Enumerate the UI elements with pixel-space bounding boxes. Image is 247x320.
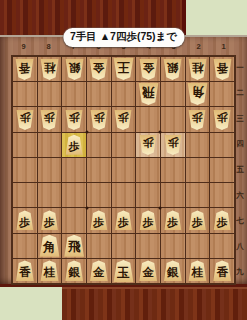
board-cell[interactable]: 銀 (62, 259, 86, 283)
board-cell[interactable]: 桂 (38, 57, 62, 81)
board-cell[interactable] (161, 158, 185, 182)
board-cell[interactable] (13, 133, 37, 157)
board-cell[interactable]: 歩 (87, 107, 111, 131)
piece-sente-pawn[interactable]: 歩 (40, 210, 58, 230)
board-cell[interactable]: 王 (112, 57, 136, 81)
board-cell[interactable] (112, 234, 136, 258)
board-cell[interactable] (13, 183, 37, 207)
board-cell[interactable]: 金 (136, 259, 160, 283)
board-cell[interactable]: 銀 (161, 259, 185, 283)
piece-gote-pawn[interactable]: 歩 (65, 110, 83, 130)
board-cell[interactable] (161, 234, 185, 258)
hoshi-dot (85, 131, 88, 134)
board-cell[interactable]: 桂 (186, 259, 210, 283)
board-cell[interactable]: 飛 (136, 82, 160, 106)
piece-gote-pawn[interactable]: 歩 (90, 110, 108, 130)
piece-gote-pawn[interactable]: 歩 (188, 110, 206, 130)
file-label: 1 (211, 42, 236, 51)
piece-sente-pawn[interactable]: 歩 (164, 210, 182, 230)
board-cell[interactable] (210, 82, 234, 106)
board-cell[interactable]: 歩 (112, 107, 136, 131)
table-wood-bottom (62, 287, 247, 320)
board-cell[interactable] (161, 107, 185, 131)
piece-sente-pawn[interactable]: 歩 (16, 210, 34, 230)
piece-gote-pawn[interactable]: 歩 (16, 110, 34, 130)
board-cell[interactable] (62, 158, 86, 182)
board-cell[interactable] (112, 133, 136, 157)
board-cell[interactable]: 歩 (13, 107, 37, 131)
board-cell[interactable] (186, 133, 210, 157)
page-background: 987654321 一二三四五六七八九 香桂銀金王金銀桂香飛角歩歩歩歩歩歩歩歩歩… (0, 0, 247, 320)
board-cell[interactable]: 歩 (62, 133, 86, 157)
board-cell[interactable]: 歩 (161, 133, 185, 157)
board-cell[interactable]: 歩 (186, 208, 210, 232)
piece-gote-silver[interactable]: 銀 (65, 59, 84, 80)
board-cell[interactable] (87, 82, 111, 106)
board-cell[interactable]: 香 (13, 57, 37, 81)
board-cell[interactable]: 歩 (210, 208, 234, 232)
piece-gote-pawn[interactable]: 歩 (40, 110, 58, 130)
board-cell[interactable] (38, 183, 62, 207)
board-cell[interactable] (62, 183, 86, 207)
piece-sente-pawn[interactable]: 歩 (139, 210, 157, 230)
piece-sente-gold[interactable]: 金 (89, 260, 108, 281)
board-cell[interactable] (87, 158, 111, 182)
board-cell[interactable] (161, 183, 185, 207)
board-cell[interactable]: 歩 (210, 107, 234, 131)
rank-label: 一 (235, 55, 245, 81)
board-cell[interactable] (186, 158, 210, 182)
piece-sente-bishop[interactable]: 角 (39, 235, 60, 257)
board-cell[interactable] (136, 158, 160, 182)
piece-gote-rook[interactable]: 飛 (138, 83, 159, 105)
piece-gote-knight[interactable]: 桂 (188, 59, 207, 80)
board-cell[interactable]: 歩 (136, 133, 160, 157)
rank-label: 二 (235, 81, 245, 107)
piece-gote-gold[interactable]: 金 (139, 59, 158, 80)
board-cell[interactable] (62, 82, 86, 106)
rank-label: 三 (235, 106, 245, 132)
board-cell[interactable]: 金 (87, 259, 111, 283)
board-cell[interactable] (62, 208, 86, 232)
board-cell[interactable]: 玉 (112, 259, 136, 283)
piece-gote-pawn[interactable]: 歩 (139, 135, 157, 155)
hoshi-dot (85, 206, 88, 209)
rank-label: 六 (235, 183, 245, 209)
rank-label: 八 (235, 234, 245, 260)
piece-sente-silver[interactable]: 銀 (163, 260, 182, 281)
board-cell[interactable]: 飛 (62, 234, 86, 258)
board-cell[interactable] (136, 234, 160, 258)
piece-sente-pawn[interactable]: 歩 (90, 210, 108, 230)
rank-label: 四 (235, 132, 245, 158)
move-caption: 7手目 ▲7四歩(75)まで (63, 28, 184, 47)
shogi-board: 987654321 一二三四五六七八九 香桂銀金王金銀桂香飛角歩歩歩歩歩歩歩歩歩… (0, 35, 247, 287)
board-cell[interactable]: 桂 (38, 259, 62, 283)
board-cell[interactable] (38, 158, 62, 182)
piece-sente-pawn[interactable]: 歩 (65, 135, 83, 155)
piece-sente-pawn[interactable]: 歩 (188, 210, 206, 230)
piece-gote-knight[interactable]: 桂 (40, 59, 59, 80)
board-cell[interactable]: 歩 (62, 107, 86, 131)
piece-sente-lance[interactable]: 香 (15, 260, 34, 281)
piece-sente-rook[interactable]: 飛 (64, 235, 85, 257)
piece-gote-lance[interactable]: 香 (15, 59, 34, 80)
board-cell[interactable] (112, 82, 136, 106)
rank-label: 五 (235, 157, 245, 183)
board-cell[interactable]: 歩 (38, 208, 62, 232)
board-cell[interactable]: 歩 (112, 208, 136, 232)
board-cell[interactable] (210, 133, 234, 157)
rank-label: 七 (235, 208, 245, 234)
board-cell[interactable] (210, 158, 234, 182)
board-cell[interactable]: 歩 (136, 208, 160, 232)
board-cell[interactable] (87, 133, 111, 157)
board-cell[interactable]: 銀 (62, 57, 86, 81)
piece-sente-gold[interactable]: 金 (139, 260, 158, 281)
board-cell[interactable]: 香 (210, 57, 234, 81)
board-cell[interactable]: 角 (38, 234, 62, 258)
board-cell[interactable]: 金 (87, 57, 111, 81)
piece-gote-bishop[interactable]: 角 (187, 83, 208, 105)
piece-gote-king[interactable]: 王 (113, 58, 134, 80)
board-cell[interactable] (13, 158, 37, 182)
board-cell[interactable] (112, 158, 136, 182)
piece-sente-knight[interactable]: 桂 (40, 260, 59, 281)
board-cell[interactable]: 歩 (186, 107, 210, 131)
board-cell[interactable]: 金 (136, 57, 160, 81)
board-cell[interactable]: 歩 (13, 208, 37, 232)
board-cell[interactable]: 桂 (186, 57, 210, 81)
piece-gote-lance[interactable]: 香 (213, 59, 232, 80)
rank-label: 九 (235, 260, 245, 286)
file-label: 8 (36, 42, 61, 51)
rank-labels: 一二三四五六七八九 (235, 55, 245, 285)
board-cell[interactable] (38, 82, 62, 106)
piece-sente-knight[interactable]: 桂 (188, 260, 207, 281)
piece-sente-pawn[interactable]: 歩 (114, 210, 132, 230)
hoshi-dot (159, 206, 162, 209)
board-cell[interactable] (210, 234, 234, 258)
board-cell[interactable] (87, 183, 111, 207)
piece-gote-pawn[interactable]: 歩 (114, 110, 132, 130)
board-cell[interactable] (87, 234, 111, 258)
piece-gote-silver[interactable]: 銀 (163, 59, 182, 80)
board-cell[interactable]: 歩 (87, 208, 111, 232)
board-cell[interactable]: 香 (210, 259, 234, 283)
board-cell[interactable] (210, 183, 234, 207)
board-cell[interactable] (112, 183, 136, 207)
board-cell[interactable]: 香 (13, 259, 37, 283)
piece-sente-pawn[interactable]: 歩 (213, 210, 231, 230)
piece-gote-pawn[interactable]: 歩 (164, 135, 182, 155)
board-cell[interactable]: 角 (186, 82, 210, 106)
board-cell[interactable] (13, 82, 37, 106)
piece-gote-pawn[interactable]: 歩 (213, 110, 231, 130)
file-label: 2 (186, 42, 211, 51)
board-cell[interactable] (186, 183, 210, 207)
board-cell[interactable] (161, 82, 185, 106)
board-cell[interactable]: 歩 (161, 208, 185, 232)
board-cell[interactable] (136, 107, 160, 131)
board-cell[interactable] (186, 234, 210, 258)
board-cell[interactable]: 歩 (38, 107, 62, 131)
board-cell[interactable] (136, 183, 160, 207)
piece-sente-king[interactable]: 玉 (113, 260, 134, 282)
file-label: 9 (11, 42, 36, 51)
board-cell[interactable] (38, 133, 62, 157)
board-cell[interactable]: 銀 (161, 57, 185, 81)
piece-sente-lance[interactable]: 香 (213, 260, 232, 281)
board-grid[interactable]: 香桂銀金王金銀桂香飛角歩歩歩歩歩歩歩歩歩歩歩歩歩歩歩歩歩歩角飛香桂銀金玉金銀桂香 (11, 55, 236, 285)
hoshi-dot (159, 131, 162, 134)
board-cell[interactable] (13, 234, 37, 258)
piece-sente-silver[interactable]: 銀 (65, 260, 84, 281)
piece-gote-gold[interactable]: 金 (89, 59, 108, 80)
